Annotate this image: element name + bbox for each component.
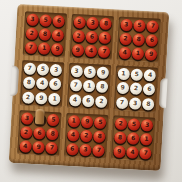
red-ball[interactable]: 4 [19,140,32,153]
box-1-3: 357286419 [117,17,161,64]
ball-digit: 1 [72,117,77,123]
ball-digit: 2 [24,129,29,135]
ball-digit: 7 [29,44,34,50]
ball-digit: 6 [70,145,75,151]
cell-r7c5: 9 [80,114,94,129]
cell-r8c5: 2 [79,128,93,143]
ball-digit: 1 [136,50,141,56]
cell-r3c4: 9 [71,43,85,58]
cell-r7c9: 3 [140,118,154,133]
wooden-sudoku-board: 3562847195382619473572864197538462913597… [9,4,170,171]
left-finger-notch [10,66,19,96]
box-3-3: 253861947 [111,115,155,162]
cell-r5c7: 9 [116,81,130,96]
ball-digit: 8 [136,36,141,42]
ball-digit: 2 [99,98,104,104]
cell-r4c7: 1 [116,67,130,82]
cell-r2c3: 4 [51,28,65,43]
ball-digit: 6 [131,135,136,141]
ball-digit: 3 [54,67,59,73]
cell-r8c3: 8 [46,126,60,141]
ball-digit: 1 [144,135,149,141]
ball-digit: 4 [130,149,135,155]
cell-r9c9: 7 [139,146,153,161]
cell-r8c4: 4 [66,128,80,143]
box-2-1: 753846291 [20,61,64,108]
ball-digit: 2 [76,33,81,39]
cell-r5c5: 1 [82,79,96,94]
ball-digit: 8 [104,20,109,26]
ball-digit: 2 [123,36,128,42]
cell-r8c7: 8 [113,130,127,145]
ball-digit: 4 [23,143,28,149]
ball-digit: 6 [57,18,62,24]
cell-r6c1: 2 [21,90,35,105]
cell-r8c8: 6 [126,131,140,146]
cell-r3c3: 9 [50,42,64,57]
cell-r2c7: 2 [118,32,132,47]
cell-r6c8: 3 [128,96,142,111]
cell-r1c9: 7 [146,19,160,34]
white-ball[interactable]: 6 [82,94,95,107]
box-2-2: 359718462 [67,63,111,110]
ball-digit: 5 [43,17,48,23]
cell-r1c7: 3 [119,18,133,33]
white-ball[interactable]: 4 [69,94,82,107]
cell-r1c4: 5 [72,15,86,30]
ball-digit: 8 [43,31,48,37]
ball-digit: 5 [137,22,142,28]
ball-digit: 2 [26,94,31,100]
ball-digit: 8 [50,130,55,136]
cell-r3c2: 1 [37,41,51,56]
ball-digit: 5 [135,71,140,77]
cell-r3c7: 4 [118,46,132,61]
ball-digit: 2 [84,132,89,138]
ball-digit: 7 [144,150,149,156]
cell-r5c2: 4 [35,76,49,91]
cell-r3c9: 9 [144,47,158,62]
cell-r1c2: 5 [39,13,53,28]
white-ball[interactable]: 9 [35,92,48,105]
ball-digit: 9 [85,118,90,124]
ball-digit: 6 [150,37,155,43]
ball-digit: 4 [73,96,78,102]
cell-r7c3: 5 [46,112,60,127]
cell-r9c4: 6 [65,142,79,157]
cell-r4c3: 3 [49,63,63,78]
cell-r2c9: 6 [145,33,159,48]
ball-digit: 7 [151,23,156,29]
cell-r1c8: 5 [132,18,146,33]
cell-r1c5: 3 [86,16,100,31]
ball-digit: 8 [118,134,123,140]
cell-r9c6: 7 [92,143,106,158]
cell-r4c4: 3 [69,64,83,79]
cell-r6c3: 1 [48,91,62,106]
cell-r3c6: 7 [97,45,111,60]
ball-digit: 8 [97,133,102,139]
ball-digit: 7 [74,82,79,88]
ball-digit: 6 [86,97,91,103]
ball-digit: 4 [148,72,153,78]
ball-digit: 5 [88,69,93,75]
box-1-2: 538261947 [70,14,114,61]
ball-digit: 3 [25,115,30,121]
cell-r7c1: 3 [20,111,34,126]
box-3-1: 35268497 [17,110,61,157]
red-ball[interactable]: 8 [114,131,127,144]
cell-r2c2: 8 [38,27,52,42]
cell-r4c1: 7 [23,62,37,77]
red-ball[interactable]: 5 [73,16,86,29]
ball-digit: 3 [30,16,35,22]
white-ball[interactable]: 7 [116,96,129,109]
ball-digit: 4 [122,50,127,56]
photo-background: 3562847195382619473572864197538462913597… [0,0,182,182]
cell-r8c6: 8 [93,129,107,144]
red-ball[interactable]: 3 [26,13,39,26]
ball-digit: 7 [102,48,107,54]
ball-digit: 8 [27,80,32,86]
cell-r5c1: 8 [22,76,36,91]
cell-r6c2: 9 [34,91,48,106]
ball-digit: 5 [41,66,46,72]
red-ball[interactable]: 9 [113,145,126,158]
cell-r5c8: 2 [129,82,143,97]
red-ball[interactable]: 6 [66,143,79,156]
ball-digit: 2 [118,120,123,126]
ball-digit: 9 [55,46,60,52]
ball-digit: 9 [120,85,125,91]
red-ball[interactable]: 1 [67,115,80,128]
red-ball[interactable]: 9 [81,115,94,128]
ball-digit: 2 [134,85,139,91]
ball-digit: 3 [83,146,88,152]
cell-r8c2: 6 [32,126,46,141]
box-2-3: 154926738 [114,66,158,113]
cell-r6c5: 6 [81,93,95,108]
cell-r5c3: 6 [48,77,62,92]
cell-r2c6: 1 [98,31,112,46]
red-ball[interactable]: 5 [128,118,141,131]
cell-r5c9: 6 [142,82,156,97]
ball-digit: 9 [75,47,80,53]
ball-digit: 2 [29,30,34,36]
cell-r2c8: 8 [132,32,146,47]
ball-digit: 8 [100,84,105,90]
red-ball[interactable]: 4 [67,129,80,142]
cell-r7c6: 5 [93,115,107,130]
ball-digit: 7 [120,99,125,105]
cell-r9c5: 3 [78,142,92,157]
ball-digit: 1 [52,95,57,101]
cell-r6c9: 8 [141,97,155,112]
ball-digit: 9 [117,148,122,154]
cell-r9c2: 9 [32,140,46,155]
cell-r1c3: 6 [52,14,66,29]
cell-r8c9: 1 [139,132,153,147]
cell-r4c8: 5 [130,68,144,83]
ball-digit: 4 [71,131,76,137]
ball-digit: 9 [36,144,41,150]
cell-r9c7: 9 [112,144,126,159]
ball-digit: 7 [27,65,32,71]
cell-r2c1: 2 [25,26,39,41]
ball-digit: 3 [90,20,95,26]
ball-digit: 9 [101,70,106,76]
ball-digit: 9 [149,51,154,57]
cell-r7c4: 1 [67,113,81,128]
ball-digit: 3 [145,121,150,127]
ball-digit: 1 [42,45,47,51]
cell-r6c6: 2 [95,94,109,109]
cell-r9c1: 4 [18,139,32,154]
cell-r7c2 [33,112,47,127]
ball-digit: 5 [77,19,82,25]
ball-digit: 6 [53,81,58,87]
cell-r2c4: 2 [71,29,85,44]
ball-digit: 7 [50,144,55,150]
cell-r6c7: 7 [115,95,129,110]
cell-r8c1: 2 [19,125,33,140]
cell-r1c1: 3 [25,12,39,27]
ball-digit: 1 [87,83,92,89]
ball-digit: 8 [146,100,151,106]
red-ball[interactable]: 3 [21,112,34,125]
cell-r9c3: 7 [45,141,59,156]
ball-digit: 3 [133,100,138,106]
white-ball[interactable]: 2 [22,91,35,104]
ball-digit: 3 [124,21,129,27]
cell-r5c6: 8 [95,80,109,95]
ball-digit: 4 [40,80,45,86]
red-ball[interactable]: 2 [114,117,127,130]
ball-digit: 6 [147,86,152,92]
wood-peg[interactable] [35,109,45,124]
box-3-2: 195428637 [64,112,108,159]
ball-digit: 5 [51,116,56,122]
cell-r4c9: 4 [143,68,157,83]
right-finger-notch [159,78,168,108]
ball-digit: 6 [90,34,95,40]
cell-r3c8: 1 [131,47,145,62]
cell-r9c8: 4 [125,145,139,160]
cell-r5c4: 7 [69,78,83,93]
cell-r2c5: 6 [85,30,99,45]
ball-digit: 1 [103,34,108,40]
cell-r7c7: 2 [114,116,128,131]
ball-digit: 9 [39,94,44,100]
cell-r4c6: 9 [96,66,110,81]
red-ball[interactable]: 3 [120,19,133,32]
cell-r1c6: 8 [99,16,113,31]
box-1-1: 356284719 [23,11,67,58]
ball-digit: 4 [89,48,94,54]
cell-r3c1: 7 [24,41,38,56]
red-ball[interactable]: 2 [20,126,33,139]
cell-r4c2: 5 [36,62,50,77]
cell-r6c4: 4 [68,92,82,107]
sudoku-grid: 3562847195382619473572864197538462913597… [17,11,161,161]
ball-digit: 7 [97,147,102,153]
cell-r7c8: 5 [127,117,141,132]
white-ball[interactable]: 3 [129,97,142,110]
cell-r4c5: 5 [83,65,97,80]
cell-r3c5: 4 [84,44,98,59]
ball-digit: 5 [132,121,137,127]
ball-digit: 4 [56,32,61,38]
ball-digit: 5 [98,119,103,125]
ball-digit: 3 [74,68,79,74]
ball-digit: 1 [121,71,126,77]
ball-digit: 6 [37,130,42,136]
